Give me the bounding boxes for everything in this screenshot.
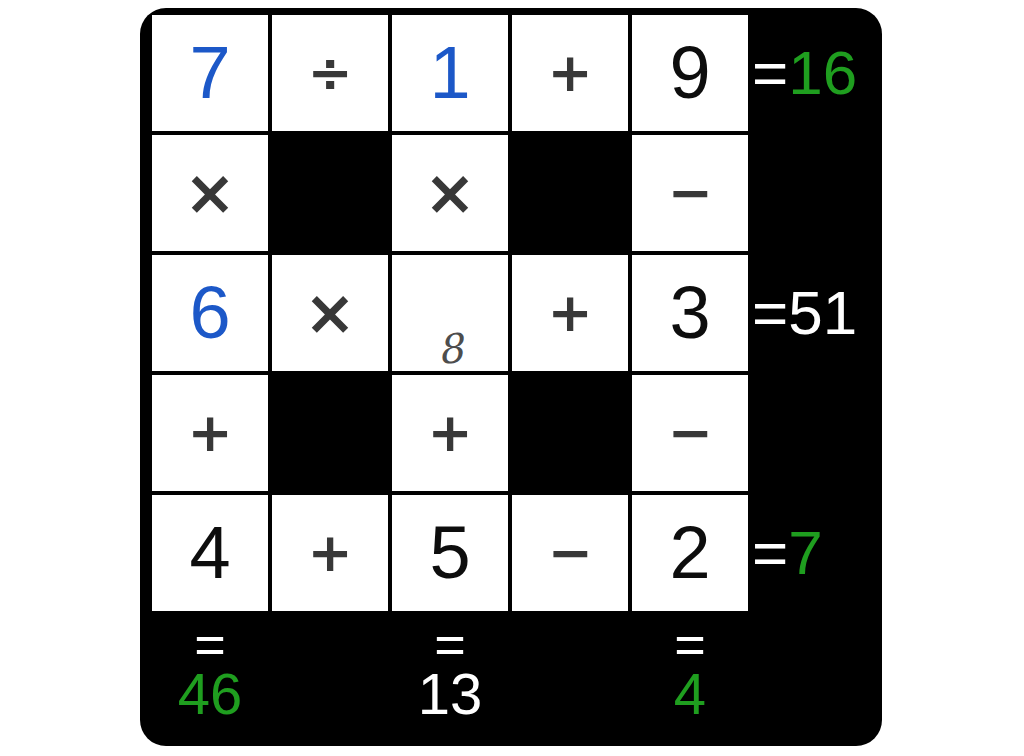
- cell-r1c3[interactable]: 1: [392, 15, 508, 131]
- col-result-1: = 46: [152, 624, 268, 722]
- row-result-5: =7: [752, 522, 823, 584]
- cell-r2c4: [512, 135, 628, 251]
- cell-r5c2: +: [272, 495, 388, 611]
- cell-r1c1[interactable]: 7: [152, 15, 268, 131]
- cell-r1c4: +: [512, 15, 628, 131]
- cell-r4c1: +: [152, 375, 268, 491]
- pencil-note: 8: [435, 328, 464, 370]
- equals-sign: =: [632, 624, 748, 664]
- equals-sign: =: [752, 38, 788, 107]
- cell-r2c5: −: [632, 135, 748, 251]
- col-result-3: = 13: [392, 624, 508, 722]
- row-result-3: =51: [752, 282, 857, 344]
- cell-r2c2: [272, 135, 388, 251]
- row-result-value: 7: [788, 518, 822, 587]
- cell-r3c1[interactable]: 6: [152, 255, 268, 371]
- col-result-value: 46: [152, 666, 268, 722]
- equals-sign: =: [152, 624, 268, 664]
- puzzle-board-panel: 7 ÷ 1 + 9 × × − 6 × 8 + 3 + + − 4 + 5 − …: [140, 8, 882, 746]
- equals-sign: =: [752, 518, 788, 587]
- col-result-5: = 4: [632, 624, 748, 722]
- equals-sign: =: [752, 278, 788, 347]
- cell-r3c5: 3: [632, 255, 748, 371]
- row-result-value: 51: [788, 278, 857, 347]
- cell-r1c2: ÷: [272, 15, 388, 131]
- cell-r2c1: ×: [152, 135, 268, 251]
- cell-r3c3[interactable]: 8: [392, 255, 508, 371]
- col-result-value: 4: [632, 666, 748, 722]
- cell-r2c3: ×: [392, 135, 508, 251]
- cell-r3c4: +: [512, 255, 628, 371]
- equals-sign: =: [392, 624, 508, 664]
- cell-r5c5: 2: [632, 495, 748, 611]
- cell-r1c5: 9: [632, 15, 748, 131]
- cell-r4c3: +: [392, 375, 508, 491]
- cell-r5c3: 5: [392, 495, 508, 611]
- cell-r4c2: [272, 375, 388, 491]
- cell-r5c4: −: [512, 495, 628, 611]
- puzzle-grid: 7 ÷ 1 + 9 × × − 6 × 8 + 3 + + − 4 + 5 − …: [152, 15, 748, 611]
- col-result-value: 13: [392, 666, 508, 722]
- cell-r4c5: −: [632, 375, 748, 491]
- cell-r3c2: ×: [272, 255, 388, 371]
- cell-r4c4: [512, 375, 628, 491]
- row-result-1: =16: [752, 42, 857, 104]
- row-result-value: 16: [788, 38, 857, 107]
- cell-r5c1: 4: [152, 495, 268, 611]
